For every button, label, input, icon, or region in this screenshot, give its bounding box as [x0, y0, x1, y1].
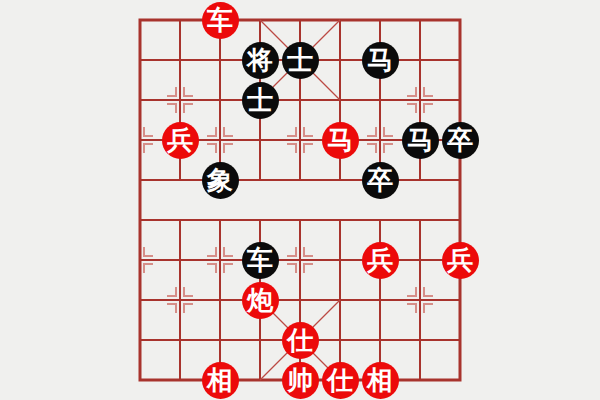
screenshot-canvas: 车将士马士兵马马卒象卒车兵兵炮仕相帅仕相: [0, 0, 600, 400]
piece-red-elephant[interactable]: 相: [202, 362, 239, 399]
piece-black-soldier[interactable]: 卒: [362, 162, 399, 199]
piece-red-cannon[interactable]: 炮: [242, 282, 279, 319]
piece-red-advisor[interactable]: 仕: [322, 362, 359, 399]
piece-red-soldier[interactable]: 兵: [362, 242, 399, 279]
xiangqi-board[interactable]: 车将士马士兵马马卒象卒车兵兵炮仕相帅仕相: [0, 0, 600, 400]
piece-black-soldier[interactable]: 卒: [442, 122, 479, 159]
piece-red-soldier[interactable]: 兵: [442, 242, 479, 279]
piece-black-horse[interactable]: 马: [362, 42, 399, 79]
piece-layer: 车将士马士兵马马卒象卒车兵兵炮仕相帅仕相: [0, 0, 600, 400]
piece-red-advisor[interactable]: 仕: [282, 322, 319, 359]
piece-red-chariot[interactable]: 车: [202, 2, 239, 39]
piece-black-horse[interactable]: 马: [402, 122, 439, 159]
piece-red-soldier[interactable]: 兵: [162, 122, 199, 159]
piece-black-chariot[interactable]: 车: [242, 242, 279, 279]
piece-black-advisor[interactable]: 士: [282, 42, 319, 79]
piece-black-elephant[interactable]: 象: [202, 162, 239, 199]
piece-red-horse[interactable]: 马: [322, 122, 359, 159]
piece-black-advisor[interactable]: 士: [242, 82, 279, 119]
piece-red-elephant[interactable]: 相: [362, 362, 399, 399]
piece-black-general[interactable]: 将: [242, 42, 279, 79]
piece-red-general[interactable]: 帅: [282, 362, 319, 399]
